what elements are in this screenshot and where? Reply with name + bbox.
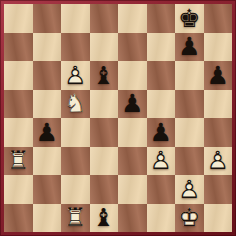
black-bishop-d1: ♝ bbox=[90, 204, 119, 233]
square-g3[interactable] bbox=[175, 147, 204, 176]
square-b3[interactable] bbox=[33, 147, 62, 176]
white-rook-a3: ♜♖ bbox=[4, 147, 33, 176]
square-d2[interactable] bbox=[90, 175, 119, 204]
square-h4[interactable] bbox=[204, 118, 233, 147]
square-a7[interactable] bbox=[4, 33, 33, 62]
white-pawn-h3: ♟♙ bbox=[204, 147, 233, 176]
square-f8[interactable] bbox=[147, 4, 176, 33]
square-g1[interactable]: ♚♔ bbox=[175, 204, 204, 233]
square-g2[interactable]: ♟♙ bbox=[175, 175, 204, 204]
square-e7[interactable] bbox=[118, 33, 147, 62]
square-c1[interactable]: ♜♖ bbox=[61, 204, 90, 233]
square-e3[interactable] bbox=[118, 147, 147, 176]
square-a4[interactable] bbox=[4, 118, 33, 147]
square-f4[interactable]: ♟ bbox=[147, 118, 176, 147]
square-e2[interactable] bbox=[118, 175, 147, 204]
square-e6[interactable] bbox=[118, 61, 147, 90]
square-a8[interactable] bbox=[4, 4, 33, 33]
square-d6[interactable]: ♝ bbox=[90, 61, 119, 90]
square-h2[interactable] bbox=[204, 175, 233, 204]
square-g8[interactable]: ♚ bbox=[175, 4, 204, 33]
square-c3[interactable] bbox=[61, 147, 90, 176]
square-b5[interactable] bbox=[33, 90, 62, 119]
black-pawn-g7: ♟ bbox=[175, 33, 204, 62]
square-g5[interactable] bbox=[175, 90, 204, 119]
square-b2[interactable] bbox=[33, 175, 62, 204]
square-b6[interactable] bbox=[33, 61, 62, 90]
white-king-g1: ♚♔ bbox=[175, 204, 204, 233]
square-d5[interactable] bbox=[90, 90, 119, 119]
white-rook-c1: ♜♖ bbox=[61, 204, 90, 233]
square-f6[interactable] bbox=[147, 61, 176, 90]
square-f7[interactable] bbox=[147, 33, 176, 62]
chess-board: ♚♟♟♙♝♟♞♘♟♟♟♜♖♟♙♟♙♟♙♜♖♝♚♔ bbox=[4, 4, 232, 232]
square-h1[interactable] bbox=[204, 204, 233, 233]
square-h6[interactable]: ♟ bbox=[204, 61, 233, 90]
square-a1[interactable] bbox=[4, 204, 33, 233]
square-e8[interactable] bbox=[118, 4, 147, 33]
board-frame: ♚♟♟♙♝♟♞♘♟♟♟♜♖♟♙♟♙♟♙♜♖♝♚♔ bbox=[0, 0, 236, 236]
square-f1[interactable] bbox=[147, 204, 176, 233]
square-c5[interactable]: ♞♘ bbox=[61, 90, 90, 119]
white-pawn-f3: ♟♙ bbox=[147, 147, 176, 176]
square-e5[interactable]: ♟ bbox=[118, 90, 147, 119]
square-h5[interactable] bbox=[204, 90, 233, 119]
square-c8[interactable] bbox=[61, 4, 90, 33]
square-c4[interactable] bbox=[61, 118, 90, 147]
square-a3[interactable]: ♜♖ bbox=[4, 147, 33, 176]
square-a5[interactable] bbox=[4, 90, 33, 119]
square-b8[interactable] bbox=[33, 4, 62, 33]
square-h3[interactable]: ♟♙ bbox=[204, 147, 233, 176]
square-d3[interactable] bbox=[90, 147, 119, 176]
square-a2[interactable] bbox=[4, 175, 33, 204]
square-b7[interactable] bbox=[33, 33, 62, 62]
square-f3[interactable]: ♟♙ bbox=[147, 147, 176, 176]
square-d1[interactable]: ♝ bbox=[90, 204, 119, 233]
black-king-g8: ♚ bbox=[175, 4, 204, 33]
square-b4[interactable]: ♟ bbox=[33, 118, 62, 147]
square-f2[interactable] bbox=[147, 175, 176, 204]
square-h7[interactable] bbox=[204, 33, 233, 62]
black-pawn-b4: ♟ bbox=[33, 118, 62, 147]
square-d4[interactable] bbox=[90, 118, 119, 147]
square-g6[interactable] bbox=[175, 61, 204, 90]
black-pawn-e5: ♟ bbox=[118, 90, 147, 119]
black-pawn-f4: ♟ bbox=[147, 118, 176, 147]
square-e4[interactable] bbox=[118, 118, 147, 147]
square-e1[interactable] bbox=[118, 204, 147, 233]
white-knight-c5: ♞♘ bbox=[61, 90, 90, 119]
square-d8[interactable] bbox=[90, 4, 119, 33]
black-pawn-h6: ♟ bbox=[204, 61, 233, 90]
square-c7[interactable] bbox=[61, 33, 90, 62]
square-f5[interactable] bbox=[147, 90, 176, 119]
square-h8[interactable] bbox=[204, 4, 233, 33]
square-a6[interactable] bbox=[4, 61, 33, 90]
square-c6[interactable]: ♟♙ bbox=[61, 61, 90, 90]
white-pawn-g2: ♟♙ bbox=[175, 175, 204, 204]
square-d7[interactable] bbox=[90, 33, 119, 62]
black-bishop-d6: ♝ bbox=[90, 61, 119, 90]
square-g4[interactable] bbox=[175, 118, 204, 147]
square-c2[interactable] bbox=[61, 175, 90, 204]
square-b1[interactable] bbox=[33, 204, 62, 233]
square-g7[interactable]: ♟ bbox=[175, 33, 204, 62]
white-pawn-c6: ♟♙ bbox=[61, 61, 90, 90]
